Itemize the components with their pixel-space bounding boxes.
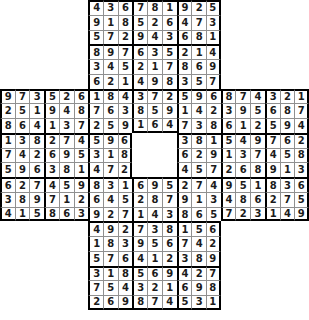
sudoku-cell-r13c12[interactable]: 5 [162,177,177,192]
sudoku-cell-r7c9[interactable]: 4 [118,89,133,104]
sudoku-cell-r16c12[interactable]: 8 [162,221,177,236]
sudoku-cell-r16c8[interactable]: 9 [103,221,118,236]
sudoku-cell-r16c10[interactable]: 7 [132,221,147,236]
sudoku-cell-r8c17[interactable]: 9 [235,103,250,118]
sudoku-cell-r3c13[interactable]: 6 [177,30,192,45]
sudoku-cell-r21c8[interactable]: 6 [103,295,118,310]
sudoku-cell-r8c1[interactable]: 2 [0,103,15,118]
sudoku-cell-r11c1[interactable]: 7 [0,148,15,163]
sudoku-cell-r12c1[interactable]: 5 [0,162,15,177]
sudoku-cell-r12c17[interactable]: 6 [235,162,250,177]
sudoku-cell-r8c11[interactable]: 5 [147,103,162,118]
sudoku-cell-r13c2[interactable]: 2 [15,177,30,192]
sudoku-cell-r9c8[interactable]: 5 [103,118,118,133]
sudoku-cell-r12c5[interactable]: 8 [59,162,74,177]
sudoku-cell-r21c14[interactable]: 3 [191,295,206,310]
sudoku-cell-r9c12[interactable]: 4 [162,118,177,133]
sudoku-cell-r14c3[interactable]: 9 [29,192,44,207]
sudoku-cell-r12c3[interactable]: 6 [29,162,44,177]
sudoku-cell-r11c9[interactable]: 8 [118,148,133,163]
sudoku-cell-r15c18[interactable]: 3 [250,207,265,222]
sudoku-cell-r11c6[interactable]: 5 [74,148,89,163]
void-space [280,30,295,45]
sudoku-cell-r9c14[interactable]: 3 [191,118,206,133]
sudoku-cell-r10c4[interactable]: 2 [44,133,59,148]
sudoku-cell-r16c13[interactable]: 1 [177,221,192,236]
sudoku-cell-r17c13[interactable]: 7 [177,236,192,251]
sudoku-cell-r10c5[interactable]: 7 [59,133,74,148]
sudoku-cell-r12c20[interactable]: 1 [280,162,295,177]
sudoku-cell-r2c7[interactable]: 9 [88,15,103,30]
sudoku-cell-r14c4[interactable]: 7 [44,192,59,207]
sudoku-cell-r9c11[interactable]: 6 [147,118,162,133]
sudoku-cell-r9c6[interactable]: 7 [74,118,89,133]
sudoku-cell-r12c7[interactable]: 4 [88,162,103,177]
sudoku-cell-r1c9[interactable]: 6 [118,0,133,15]
sudoku-cell-r16c7[interactable]: 4 [88,221,103,236]
sudoku-cell-r14c7[interactable]: 6 [88,192,103,207]
sudoku-cell-r18c7[interactable]: 5 [88,251,103,266]
sudoku-cell-r7c20[interactable]: 2 [280,89,295,104]
sudoku-cell-r17c10[interactable]: 9 [132,236,147,251]
sudoku-cell-r7c14[interactable]: 9 [191,89,206,104]
sudoku-cell-r6c13[interactable]: 3 [177,74,192,89]
sudoku-cell-r7c6[interactable]: 6 [74,89,89,104]
sudoku-cell-r18c12[interactable]: 2 [162,251,177,266]
sudoku-cell-r19c12[interactable]: 9 [162,266,177,281]
sudoku-cell-r2c12[interactable]: 6 [162,15,177,30]
sudoku-cell-r7c7[interactable]: 1 [88,89,103,104]
sudoku-cell-r5c7[interactable]: 3 [88,59,103,74]
sudoku-cell-r5c12[interactable]: 7 [162,59,177,74]
sudoku-cell-r13c18[interactable]: 1 [250,177,265,192]
sudoku-cell-r21c10[interactable]: 8 [132,295,147,310]
sudoku-cell-r9c2[interactable]: 6 [15,118,30,133]
sudoku-cell-r9c16[interactable]: 6 [221,118,236,133]
sudoku-cell-r13c6[interactable]: 9 [74,177,89,192]
sudoku-cell-r14c6[interactable]: 2 [74,192,89,207]
sudoku-cell-r12c9[interactable]: 2 [118,162,133,177]
sudoku-cell-r20c11[interactable]: 2 [147,280,162,295]
sudoku-cell-r9c4[interactable]: 1 [44,118,59,133]
sudoku-cell-r17c12[interactable]: 6 [162,236,177,251]
sudoku-cell-r19c11[interactable]: 6 [147,266,162,281]
sudoku-cell-r10c20[interactable]: 6 [280,133,295,148]
sudoku-cell-r8c14[interactable]: 4 [191,103,206,118]
sudoku-cell-r7c4[interactable]: 5 [44,89,59,104]
sudoku-cell-r2c8[interactable]: 1 [103,15,118,30]
sudoku-cell-r4c14[interactable]: 1 [191,44,206,59]
sudoku-cell-r8c6[interactable]: 8 [74,103,89,118]
sudoku-cell-r6c8[interactable]: 2 [103,74,118,89]
sudoku-cell-r19c14[interactable]: 2 [191,266,206,281]
void-space [0,236,15,251]
void-space [235,295,250,310]
sudoku-cell-r8c10[interactable]: 8 [132,103,147,118]
sudoku-cell-r12c8[interactable]: 7 [103,162,118,177]
sudoku-cell-r4c11[interactable]: 3 [147,44,162,59]
sudoku-cell-r11c7[interactable]: 3 [88,148,103,163]
sudoku-cell-r10c13[interactable]: 3 [177,133,192,148]
sudoku-cell-r10c19[interactable]: 7 [265,133,280,148]
sudoku-cell-r3c14[interactable]: 8 [191,30,206,45]
sudoku-cell-r7c16[interactable]: 8 [221,89,236,104]
sudoku-cell-r10c17[interactable]: 4 [235,133,250,148]
sudoku-cell-r14c16[interactable]: 4 [221,192,236,207]
sudoku-cell-r15c6[interactable]: 3 [74,207,89,222]
sudoku-cell-r20c7[interactable]: 7 [88,280,103,295]
sudoku-cell-r3c10[interactable]: 9 [132,30,147,45]
void-space [162,162,177,177]
sudoku-cell-r12c6[interactable]: 1 [74,162,89,177]
sudoku-cell-r13c11[interactable]: 9 [147,177,162,192]
sudoku-cell-r1c12[interactable]: 1 [162,0,177,15]
sudoku-cell-r15c13[interactable]: 8 [177,207,192,222]
sudoku-cell-r1c14[interactable]: 2 [191,0,206,15]
sudoku-cell-r8c21[interactable]: 7 [294,103,309,118]
sudoku-cell-r20c15[interactable]: 8 [206,280,221,295]
sudoku-cell-r18c15[interactable]: 9 [206,251,221,266]
sudoku-cell-r16c11[interactable]: 3 [147,221,162,236]
sudoku-cell-r4c13[interactable]: 2 [177,44,192,59]
sudoku-cell-r15c10[interactable]: 1 [132,207,147,222]
sudoku-cell-r8c4[interactable]: 9 [44,103,59,118]
sudoku-cell-r13c14[interactable]: 7 [191,177,206,192]
sudoku-cell-r7c5[interactable]: 2 [59,89,74,104]
sudoku-cell-r14c5[interactable]: 1 [59,192,74,207]
sudoku-cell-r11c20[interactable]: 5 [280,148,295,163]
sudoku-cell-r8c3[interactable]: 1 [29,103,44,118]
sudoku-cell-r14c21[interactable]: 5 [294,192,309,207]
sudoku-cell-r17c7[interactable]: 1 [88,236,103,251]
sudoku-cell-r8c19[interactable]: 6 [265,103,280,118]
sudoku-cell-r11c4[interactable]: 6 [44,148,59,163]
sudoku-cell-r15c2[interactable]: 1 [15,207,30,222]
sudoku-cell-r11c19[interactable]: 4 [265,148,280,163]
sudoku-cell-r9c5[interactable]: 3 [59,118,74,133]
sudoku-cell-r1c15[interactable]: 5 [206,0,221,15]
sudoku-cell-r4c15[interactable]: 4 [206,44,221,59]
sudoku-cell-r6c12[interactable]: 8 [162,74,177,89]
sudoku-cell-r20c9[interactable]: 4 [118,280,133,295]
sudoku-cell-r17c8[interactable]: 8 [103,236,118,251]
sudoku-cell-r11c3[interactable]: 2 [29,148,44,163]
sudoku-cell-r9c1[interactable]: 8 [0,118,15,133]
sudoku-cell-r17c15[interactable]: 2 [206,236,221,251]
void-space [294,74,309,89]
sudoku-cell-r10c14[interactable]: 8 [191,133,206,148]
sudoku-cell-r7c15[interactable]: 6 [206,89,221,104]
sudoku-cell-r6c7[interactable]: 6 [88,74,103,89]
sudoku-cell-r7c3[interactable]: 3 [29,89,44,104]
sudoku-cell-r4c12[interactable]: 5 [162,44,177,59]
sudoku-cell-r13c13[interactable]: 2 [177,177,192,192]
sudoku-cell-r13c20[interactable]: 3 [280,177,295,192]
sudoku-cell-r14c10[interactable]: 2 [132,192,147,207]
sudoku-cell-r17c14[interactable]: 4 [191,236,206,251]
sudoku-cell-r10c8[interactable]: 9 [103,133,118,148]
sudoku-cell-r21c7[interactable]: 2 [88,295,103,310]
sudoku-cell-r13c4[interactable]: 4 [44,177,59,192]
sudoku-cell-r9c21[interactable]: 4 [294,118,309,133]
sudoku-cell-r7c17[interactable]: 7 [235,89,250,104]
sudoku-cell-r2c11[interactable]: 2 [147,15,162,30]
sudoku-cell-r15c8[interactable]: 2 [103,207,118,222]
sudoku-cell-r9c20[interactable]: 9 [280,118,295,133]
sudoku-cell-r11c15[interactable]: 9 [206,148,221,163]
sudoku-cell-r12c15[interactable]: 7 [206,162,221,177]
sudoku-cell-r21c15[interactable]: 1 [206,295,221,310]
sudoku-cell-r1c8[interactable]: 3 [103,0,118,15]
sudoku-cell-r18c9[interactable]: 6 [118,251,133,266]
sudoku-cell-r8c7[interactable]: 7 [88,103,103,118]
sudoku-cell-r7c2[interactable]: 7 [15,89,30,104]
sudoku-cell-r11c16[interactable]: 1 [221,148,236,163]
sudoku-cell-r9c13[interactable]: 7 [177,118,192,133]
sudoku-cell-r15c16[interactable]: 7 [221,207,236,222]
sudoku-cell-r18c10[interactable]: 4 [132,251,147,266]
sudoku-cell-r5c14[interactable]: 6 [191,59,206,74]
void-space [265,236,280,251]
sudoku-cell-r9c15[interactable]: 8 [206,118,221,133]
sudoku-cell-r9c3[interactable]: 4 [29,118,44,133]
sudoku-cell-r10c3[interactable]: 8 [29,133,44,148]
sudoku-cell-r5c11[interactable]: 1 [147,59,162,74]
sudoku-cell-r4c9[interactable]: 7 [118,44,133,59]
sudoku-cell-r13c16[interactable]: 9 [221,177,236,192]
sudoku-cell-r1c11[interactable]: 8 [147,0,162,15]
sudoku-cell-r13c7[interactable]: 8 [88,177,103,192]
sudoku-cell-r10c15[interactable]: 1 [206,133,221,148]
sudoku-cell-r11c13[interactable]: 6 [177,148,192,163]
sudoku-cell-r15c9[interactable]: 7 [118,207,133,222]
sudoku-cell-r11c14[interactable]: 2 [191,148,206,163]
sudoku-cell-r12c2[interactable]: 9 [15,162,30,177]
sudoku-cell-r9c7[interactable]: 2 [88,118,103,133]
sudoku-cell-r5c9[interactable]: 5 [118,59,133,74]
sudoku-cell-r18c14[interactable]: 8 [191,251,206,266]
void-space [15,221,30,236]
sudoku-cell-r14c20[interactable]: 7 [280,192,295,207]
sudoku-cell-r20c10[interactable]: 3 [132,280,147,295]
sudoku-cell-r19c13[interactable]: 4 [177,266,192,281]
sudoku-cell-r5c13[interactable]: 8 [177,59,192,74]
sudoku-cell-r7c18[interactable]: 4 [250,89,265,104]
sudoku-cell-r10c6[interactable]: 4 [74,133,89,148]
void-space [280,15,295,30]
sudoku-cell-r14c11[interactable]: 8 [147,192,162,207]
sudoku-cell-r8c5[interactable]: 4 [59,103,74,118]
void-space [221,251,236,266]
sudoku-cell-r11c18[interactable]: 7 [250,148,265,163]
sudoku-cell-r8c18[interactable]: 5 [250,103,265,118]
sudoku-cell-r2c9[interactable]: 8 [118,15,133,30]
sudoku-cell-r4c7[interactable]: 8 [88,44,103,59]
sudoku-cell-r19c9[interactable]: 8 [118,266,133,281]
sudoku-cell-r21c11[interactable]: 7 [147,295,162,310]
sudoku-cell-r7c8[interactable]: 8 [103,89,118,104]
sudoku-cell-r3c7[interactable]: 5 [88,30,103,45]
sudoku-cell-r15c4[interactable]: 8 [44,207,59,222]
sudoku-cell-r19c7[interactable]: 3 [88,266,103,281]
sudoku-cell-r17c11[interactable]: 5 [147,236,162,251]
sudoku-cell-r2c14[interactable]: 7 [191,15,206,30]
sudoku-cell-r9c18[interactable]: 2 [250,118,265,133]
sudoku-cell-r1c13[interactable]: 9 [177,0,192,15]
sudoku-cell-r14c18[interactable]: 6 [250,192,265,207]
sudoku-cell-r15c5[interactable]: 6 [59,207,74,222]
sudoku-cell-r1c7[interactable]: 4 [88,0,103,15]
sudoku-cell-r7c12[interactable]: 2 [162,89,177,104]
sudoku-cell-r6c11[interactable]: 9 [147,74,162,89]
sudoku-cell-r16c9[interactable]: 2 [118,221,133,236]
sudoku-cell-r14c2[interactable]: 8 [15,192,30,207]
sudoku-cell-r15c20[interactable]: 4 [280,207,295,222]
sudoku-cell-r7c10[interactable]: 3 [132,89,147,104]
sudoku-cell-r13c10[interactable]: 6 [132,177,147,192]
sudoku-cell-r11c8[interactable]: 1 [103,148,118,163]
sudoku-cell-r3c12[interactable]: 3 [162,30,177,45]
sudoku-cell-r15c7[interactable]: 9 [88,207,103,222]
sudoku-cell-r15c12[interactable]: 3 [162,207,177,222]
sudoku-cell-r13c15[interactable]: 4 [206,177,221,192]
sudoku-cell-r7c1[interactable]: 9 [0,89,15,104]
sudoku-cell-r6c14[interactable]: 5 [191,74,206,89]
sudoku-cell-r9c10[interactable]: 1 [132,118,147,133]
sudoku-cell-r6c15[interactable]: 7 [206,74,221,89]
sudoku-cell-r8c12[interactable]: 9 [162,103,177,118]
sudoku-cell-r16c14[interactable]: 5 [191,221,206,236]
sudoku-cell-r19c10[interactable]: 5 [132,266,147,281]
sudoku-cell-r7c13[interactable]: 5 [177,89,192,104]
sudoku-cell-r14c13[interactable]: 9 [177,192,192,207]
sudoku-cell-r18c13[interactable]: 3 [177,251,192,266]
sudoku-cell-r3c8[interactable]: 7 [103,30,118,45]
sudoku-cell-r5c8[interactable]: 4 [103,59,118,74]
sudoku-cell-r7c11[interactable]: 7 [147,89,162,104]
sudoku-cell-r13c3[interactable]: 7 [29,177,44,192]
sudoku-cell-r3c9[interactable]: 2 [118,30,133,45]
sudoku-cell-r8c9[interactable]: 3 [118,103,133,118]
sudoku-cell-r12c18[interactable]: 8 [250,162,265,177]
sudoku-cell-r8c15[interactable]: 2 [206,103,221,118]
sudoku-cell-r16c15[interactable]: 6 [206,221,221,236]
sudoku-cell-r5c10[interactable]: 2 [132,59,147,74]
void-space [0,30,15,45]
sudoku-cell-r2c15[interactable]: 3 [206,15,221,30]
sudoku-cell-r4c8[interactable]: 9 [103,44,118,59]
sudoku-cell-r5c15[interactable]: 9 [206,59,221,74]
sudoku-cell-r13c21[interactable]: 6 [294,177,309,192]
sudoku-cell-r12c4[interactable]: 3 [44,162,59,177]
sudoku-cell-r21c12[interactable]: 4 [162,295,177,310]
sudoku-cell-r18c11[interactable]: 1 [147,251,162,266]
sudoku-cell-r11c5[interactable]: 9 [59,148,74,163]
sudoku-cell-r20c12[interactable]: 1 [162,280,177,295]
sudoku-cell-r11c2[interactable]: 4 [15,148,30,163]
sudoku-cell-r15c21[interactable]: 9 [294,207,309,222]
sudoku-cell-r14c1[interactable]: 3 [0,192,15,207]
sudoku-cell-r10c9[interactable]: 6 [118,133,133,148]
sudoku-cell-r11c21[interactable]: 8 [294,148,309,163]
sudoku-cell-r9c19[interactable]: 5 [265,118,280,133]
sudoku-cell-r13c5[interactable]: 5 [59,177,74,192]
sudoku-cell-r12c19[interactable]: 9 [265,162,280,177]
sudoku-cell-r13c19[interactable]: 8 [265,177,280,192]
sudoku-cell-r8c20[interactable]: 8 [280,103,295,118]
sudoku-cell-r12c13[interactable]: 4 [177,162,192,177]
sudoku-cell-r7c19[interactable]: 3 [265,89,280,104]
sudoku-cell-r21c13[interactable]: 5 [177,295,192,310]
sudoku-cell-r4c10[interactable]: 6 [132,44,147,59]
sudoku-cell-r8c8[interactable]: 6 [103,103,118,118]
sudoku-cell-r15c15[interactable]: 5 [206,207,221,222]
sudoku-cell-r6c9[interactable]: 1 [118,74,133,89]
sudoku-cell-r8c2[interactable]: 5 [15,103,30,118]
sudoku-cell-r18c8[interactable]: 7 [103,251,118,266]
sudoku-cell-r10c16[interactable]: 5 [221,133,236,148]
sudoku-cell-r1c10[interactable]: 7 [132,0,147,15]
sudoku-cell-r11c17[interactable]: 3 [235,148,250,163]
sudoku-cell-r6c10[interactable]: 4 [132,74,147,89]
sudoku-cell-r15c17[interactable]: 2 [235,207,250,222]
sudoku-cell-r14c19[interactable]: 2 [265,192,280,207]
sudoku-cell-r19c8[interactable]: 1 [103,266,118,281]
sudoku-cell-r7c21[interactable]: 1 [294,89,309,104]
sudoku-cell-r10c1[interactable]: 1 [0,133,15,148]
sudoku-cell-r14c8[interactable]: 4 [103,192,118,207]
sudoku-cell-r13c17[interactable]: 5 [235,177,250,192]
sudoku-cell-r2c10[interactable]: 5 [132,15,147,30]
sudoku-cell-r14c14[interactable]: 1 [191,192,206,207]
sudoku-cell-r15c19[interactable]: 1 [265,207,280,222]
sudoku-cell-r8c16[interactable]: 3 [221,103,236,118]
sudoku-cell-r15c3[interactable]: 5 [29,207,44,222]
sudoku-cell-r13c8[interactable]: 3 [103,177,118,192]
sudoku-cell-r3c11[interactable]: 4 [147,30,162,45]
sudoku-cell-r20c13[interactable]: 6 [177,280,192,295]
void-space [147,162,162,177]
sudoku-cell-r8c13[interactable]: 1 [177,103,192,118]
sudoku-cell-r14c12[interactable]: 7 [162,192,177,207]
sudoku-cell-r13c1[interactable]: 6 [0,177,15,192]
sudoku-cell-r3c15[interactable]: 1 [206,30,221,45]
sudoku-cell-r14c9[interactable]: 5 [118,192,133,207]
sudoku-cell-r12c16[interactable]: 2 [221,162,236,177]
void-space [44,221,59,236]
sudoku-cell-r19c15[interactable]: 7 [206,266,221,281]
sudoku-cell-r14c17[interactable]: 8 [235,192,250,207]
sudoku-cell-r15c14[interactable]: 6 [191,207,206,222]
sudoku-cell-r9c9[interactable]: 9 [118,118,133,133]
sudoku-cell-r21c9[interactable]: 9 [118,295,133,310]
sudoku-cell-r10c21[interactable]: 2 [294,133,309,148]
sudoku-cell-r15c11[interactable]: 4 [147,207,162,222]
sudoku-cell-r10c2[interactable]: 3 [15,133,30,148]
sudoku-cell-r17c9[interactable]: 3 [118,236,133,251]
sudoku-cell-r12c14[interactable]: 5 [191,162,206,177]
sudoku-cell-r10c7[interactable]: 5 [88,133,103,148]
sudoku-cell-r14c15[interactable]: 3 [206,192,221,207]
sudoku-cell-r10c18[interactable]: 9 [250,133,265,148]
sudoku-cell-r12c21[interactable]: 3 [294,162,309,177]
sudoku-cell-r13c9[interactable]: 1 [118,177,133,192]
sudoku-cell-r15c1[interactable]: 4 [0,207,15,222]
sudoku-cell-r2c13[interactable]: 4 [177,15,192,30]
sudoku-cell-r9c17[interactable]: 1 [235,118,250,133]
sudoku-cell-r20c8[interactable]: 5 [103,280,118,295]
sudoku-cell-r20c14[interactable]: 9 [191,280,206,295]
